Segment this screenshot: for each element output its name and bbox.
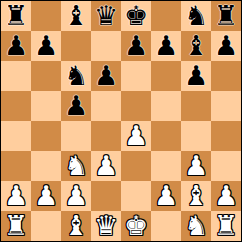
piece-black-pawn: ♟: [94, 61, 118, 91]
piece-black-pawn: ♟: [124, 31, 148, 61]
piece-white-pawn: ♟: [4, 181, 28, 211]
square-c4[interactable]: [61, 121, 91, 151]
square-f5[interactable]: [151, 91, 181, 121]
piece-white-rook: ♜: [4, 211, 28, 241]
piece-white-pawn: ♟: [64, 181, 88, 211]
square-g6[interactable]: ♟: [181, 61, 211, 91]
square-h1[interactable]: ♜: [211, 211, 241, 241]
piece-white-bishop: ♝: [64, 211, 88, 241]
square-h7[interactable]: ♟: [211, 31, 241, 61]
square-c2[interactable]: ♟: [61, 181, 91, 211]
square-e2[interactable]: [121, 181, 151, 211]
square-b8[interactable]: [31, 1, 61, 31]
square-h2[interactable]: ♟: [211, 181, 241, 211]
piece-white-knight: ♞: [64, 151, 88, 181]
piece-black-bishop: ♝: [184, 31, 208, 61]
square-e5[interactable]: [121, 91, 151, 121]
square-f7[interactable]: ♟: [151, 31, 181, 61]
square-e4[interactable]: ♟: [121, 121, 151, 151]
square-g8[interactable]: ♞: [181, 1, 211, 31]
piece-black-pawn: ♟: [4, 31, 28, 61]
square-a8[interactable]: ♜: [1, 1, 31, 31]
piece-white-pawn: ♟: [184, 151, 208, 181]
square-b4[interactable]: [31, 121, 61, 151]
piece-white-knight: ♞: [184, 211, 208, 241]
piece-black-knight: ♞: [64, 61, 88, 91]
piece-black-bishop: ♝: [64, 1, 88, 31]
piece-white-pawn: ♟: [214, 181, 238, 211]
piece-white-king: ♚: [124, 211, 148, 241]
square-d7[interactable]: [91, 31, 121, 61]
square-b6[interactable]: [31, 61, 61, 91]
square-d3[interactable]: ♟: [91, 151, 121, 181]
square-g2[interactable]: ♝: [181, 181, 211, 211]
square-h6[interactable]: [211, 61, 241, 91]
square-f1[interactable]: [151, 211, 181, 241]
piece-black-pawn: ♟: [64, 91, 88, 121]
square-g3[interactable]: ♟: [181, 151, 211, 181]
square-a2[interactable]: ♟: [1, 181, 31, 211]
square-h5[interactable]: [211, 91, 241, 121]
piece-black-pawn: ♟: [214, 31, 238, 61]
square-d2[interactable]: [91, 181, 121, 211]
piece-white-queen: ♛: [94, 211, 118, 241]
square-f6[interactable]: [151, 61, 181, 91]
square-a6[interactable]: [1, 61, 31, 91]
square-b7[interactable]: ♟: [31, 31, 61, 61]
piece-white-rook: ♜: [214, 211, 238, 241]
piece-white-pawn: ♟: [154, 181, 178, 211]
square-g1[interactable]: ♞: [181, 211, 211, 241]
square-c6[interactable]: ♞: [61, 61, 91, 91]
square-d5[interactable]: [91, 91, 121, 121]
piece-white-bishop: ♝: [184, 181, 208, 211]
square-d1[interactable]: ♛: [91, 211, 121, 241]
piece-black-pawn: ♟: [34, 31, 58, 61]
square-c1[interactable]: ♝: [61, 211, 91, 241]
square-d6[interactable]: ♟: [91, 61, 121, 91]
square-c7[interactable]: [61, 31, 91, 61]
square-a3[interactable]: [1, 151, 31, 181]
square-g4[interactable]: [181, 121, 211, 151]
square-f8[interactable]: [151, 1, 181, 31]
square-g7[interactable]: ♝: [181, 31, 211, 61]
chess-board-window: ♜♝♛♚♞♜♟♟♟♟♝♟♞♟♟♟♟♞♟♟♟♟♟♟♝♟♜♝♛♚♞♜: [0, 0, 242, 242]
square-h3[interactable]: [211, 151, 241, 181]
square-d4[interactable]: [91, 121, 121, 151]
piece-black-queen: ♛: [94, 1, 118, 31]
square-a1[interactable]: ♜: [1, 211, 31, 241]
square-b3[interactable]: [31, 151, 61, 181]
square-a7[interactable]: ♟: [1, 31, 31, 61]
square-e7[interactable]: ♟: [121, 31, 151, 61]
piece-white-pawn: ♟: [124, 121, 148, 151]
square-e6[interactable]: [121, 61, 151, 91]
square-h8[interactable]: ♜: [211, 1, 241, 31]
square-c5[interactable]: ♟: [61, 91, 91, 121]
piece-white-pawn: ♟: [94, 151, 118, 181]
piece-black-pawn: ♟: [184, 61, 208, 91]
square-f4[interactable]: [151, 121, 181, 151]
piece-black-king: ♚: [124, 1, 148, 31]
chess-board: ♜♝♛♚♞♜♟♟♟♟♝♟♞♟♟♟♟♞♟♟♟♟♟♟♝♟♜♝♛♚♞♜: [0, 0, 242, 242]
piece-black-rook: ♜: [214, 1, 238, 31]
square-h4[interactable]: [211, 121, 241, 151]
square-a5[interactable]: [1, 91, 31, 121]
square-c8[interactable]: ♝: [61, 1, 91, 31]
square-b1[interactable]: [31, 211, 61, 241]
piece-white-pawn: ♟: [34, 181, 58, 211]
square-b2[interactable]: ♟: [31, 181, 61, 211]
square-g5[interactable]: [181, 91, 211, 121]
piece-black-rook: ♜: [4, 1, 28, 31]
piece-black-knight: ♞: [184, 1, 208, 31]
square-f2[interactable]: ♟: [151, 181, 181, 211]
piece-black-pawn: ♟: [154, 31, 178, 61]
square-e8[interactable]: ♚: [121, 1, 151, 31]
square-a4[interactable]: [1, 121, 31, 151]
square-e1[interactable]: ♚: [121, 211, 151, 241]
square-d8[interactable]: ♛: [91, 1, 121, 31]
square-e3[interactable]: [121, 151, 151, 181]
square-f3[interactable]: [151, 151, 181, 181]
square-c3[interactable]: ♞: [61, 151, 91, 181]
square-b5[interactable]: [31, 91, 61, 121]
